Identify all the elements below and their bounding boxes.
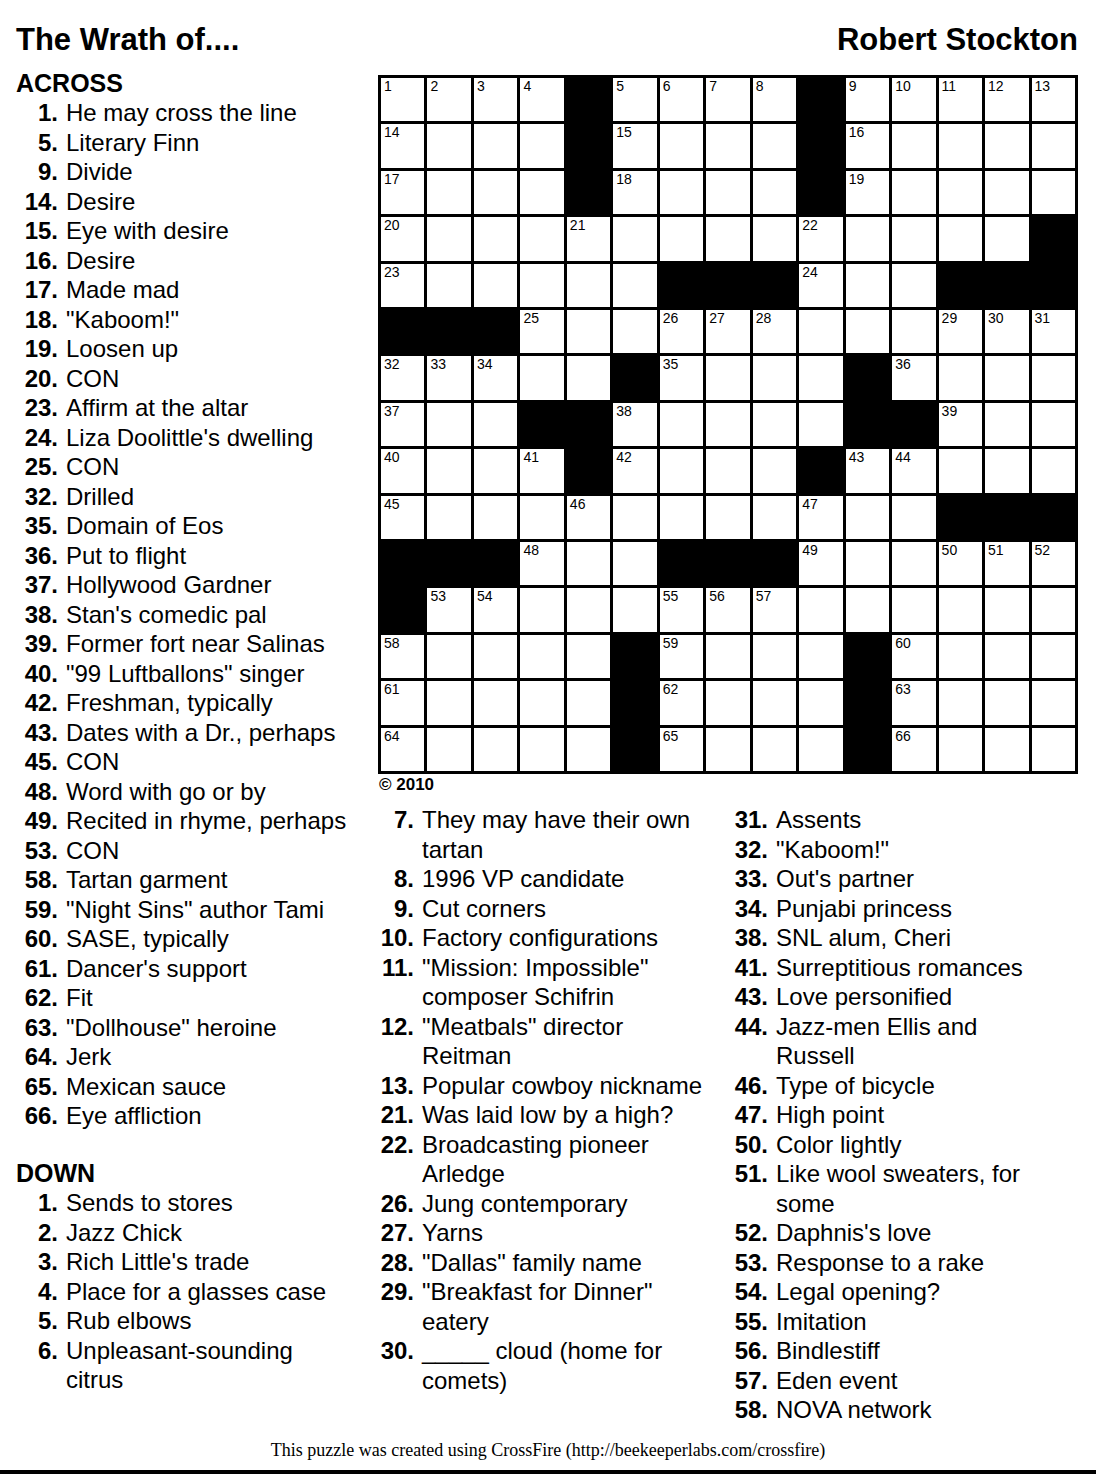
grid-cell[interactable] — [427, 728, 470, 771]
grid-cell[interactable] — [753, 635, 796, 678]
down-clue-column-right: 31.Assents32."Kaboom!"33.Out's partner34… — [732, 805, 1096, 1425]
clue-number: 53. — [732, 1248, 768, 1278]
grid-cell[interactable] — [939, 124, 982, 167]
grid-cell[interactable]: 14 — [381, 124, 424, 167]
grid-cell[interactable] — [892, 217, 935, 260]
grid-cell[interactable] — [985, 588, 1028, 631]
grid-cell-black — [474, 542, 517, 585]
clue-item: 20.CON — [16, 364, 376, 394]
clue-text: Unpleasant-sounding citrus — [66, 1336, 293, 1395]
clue-text: Jazz Chick — [66, 1218, 182, 1248]
grid-cell[interactable] — [1032, 403, 1075, 446]
grid-cell[interactable] — [427, 635, 470, 678]
grid-cell[interactable] — [427, 681, 470, 724]
clue-number: 44. — [732, 1012, 768, 1042]
crossword-grid: 1234567891011121314151617181920212223242… — [378, 75, 1078, 774]
cell-number: 64 — [384, 729, 400, 744]
cell-number: 41 — [523, 450, 539, 465]
grid-cell[interactable] — [427, 264, 470, 307]
grid-cell[interactable] — [1032, 356, 1075, 399]
cell-number: 22 — [802, 218, 818, 233]
grid-cell[interactable] — [753, 681, 796, 724]
grid-cell[interactable]: 40 — [381, 449, 424, 492]
grid-cell[interactable] — [474, 124, 517, 167]
clue-item: 35.Domain of Eos — [16, 511, 376, 541]
grid-cell[interactable] — [1032, 588, 1075, 631]
grid-cell[interactable] — [706, 217, 749, 260]
clue-number: 26. — [378, 1189, 414, 1219]
footer-credit: This puzzle was created using CrossFire … — [0, 1440, 1096, 1461]
grid-cell[interactable] — [520, 635, 563, 678]
grid-cell[interactable] — [892, 588, 935, 631]
grid-cell[interactable] — [753, 449, 796, 492]
clue-item: 3.Rich Little's trade — [16, 1247, 376, 1277]
grid-cell[interactable] — [892, 264, 935, 307]
grid-cell[interactable] — [613, 264, 656, 307]
cell-number: 60 — [895, 636, 911, 651]
clue-text: CON — [66, 364, 119, 394]
cell-number: 51 — [988, 543, 1004, 558]
cell-number: 5 — [616, 79, 624, 94]
clue-text: Hollywood Gardner — [66, 570, 271, 600]
grid-cell[interactable] — [985, 171, 1028, 214]
clue-text: Factory configurations — [422, 923, 658, 953]
grid-cell[interactable] — [1032, 635, 1075, 678]
grid-cell[interactable] — [567, 588, 610, 631]
clue-item: 4.Place for a glasses case — [16, 1277, 376, 1307]
cell-number: 17 — [384, 172, 400, 187]
cell-number: 40 — [384, 450, 400, 465]
grid-cell[interactable] — [753, 356, 796, 399]
clue-number: 22. — [378, 1130, 414, 1160]
grid-cell[interactable]: 44 — [892, 449, 935, 492]
grid-cell[interactable]: 34 — [474, 356, 517, 399]
grid-cell[interactable] — [799, 635, 842, 678]
grid-cell[interactable] — [660, 217, 703, 260]
clue-item: 42.Freshman, typically — [16, 688, 376, 718]
grid-cell[interactable]: 33 — [427, 356, 470, 399]
cell-number: 46 — [570, 497, 586, 512]
clue-number: 41. — [732, 953, 768, 983]
grid-cell[interactable]: 32 — [381, 356, 424, 399]
grid-cell[interactable] — [474, 171, 517, 214]
cell-number: 19 — [849, 172, 865, 187]
grid-cell[interactable] — [1032, 449, 1075, 492]
grid-cell[interactable] — [985, 635, 1028, 678]
grid-cell[interactable] — [799, 356, 842, 399]
grid-cell[interactable] — [706, 171, 749, 214]
grid-cell[interactable] — [939, 681, 982, 724]
grid-cell[interactable] — [753, 124, 796, 167]
clue-number: 25. — [16, 452, 58, 482]
grid-cell[interactable] — [520, 264, 563, 307]
grid-cell[interactable] — [706, 356, 749, 399]
clue-text: CON — [66, 452, 119, 482]
grid-cell[interactable]: 13 — [1032, 78, 1075, 121]
grid-cell[interactable]: 28 — [753, 310, 796, 353]
clue-number: 48. — [16, 777, 58, 807]
grid-cell[interactable]: 18 — [613, 171, 656, 214]
grid-cell[interactable]: 63 — [892, 681, 935, 724]
clue-text: Eye with desire — [66, 216, 229, 246]
clue-number: 49. — [16, 806, 58, 836]
grid-cell[interactable] — [520, 356, 563, 399]
grid-cell[interactable] — [985, 449, 1028, 492]
grid-cell[interactable]: 9 — [846, 78, 889, 121]
grid-cell[interactable]: 56 — [706, 588, 749, 631]
grid-cell[interactable]: 61 — [381, 681, 424, 724]
clue-text: Like wool sweaters, for some — [776, 1159, 1020, 1218]
grid-cell[interactable] — [799, 588, 842, 631]
clue-text: "Breakfast for Dinner" eatery — [422, 1277, 652, 1336]
grid-cell[interactable] — [660, 171, 703, 214]
grid-cell[interactable]: 19 — [846, 171, 889, 214]
grid-cell[interactable] — [427, 403, 470, 446]
clue-text: Jung contemporary — [422, 1189, 627, 1219]
grid-cell[interactable] — [1032, 171, 1075, 214]
grid-cell[interactable]: 47 — [799, 496, 842, 539]
grid-cell[interactable] — [799, 728, 842, 771]
clue-item: 26.Jung contemporary — [378, 1189, 730, 1219]
clue-text: Stan's comedic pal — [66, 600, 267, 630]
grid-cell[interactable]: 1 — [381, 78, 424, 121]
cell-number: 7 — [709, 79, 717, 94]
grid-cell[interactable]: 54 — [474, 588, 517, 631]
grid-cell[interactable]: 22 — [799, 217, 842, 260]
cell-number: 52 — [1035, 543, 1051, 558]
grid-cell[interactable] — [520, 496, 563, 539]
grid-cell[interactable] — [985, 124, 1028, 167]
grid-cell[interactable]: 8 — [753, 78, 796, 121]
cell-number: 26 — [663, 311, 679, 326]
grid-cell-black — [846, 356, 889, 399]
grid-cell[interactable] — [985, 356, 1028, 399]
grid-cell[interactable] — [660, 124, 703, 167]
cell-number: 57 — [756, 589, 772, 604]
grid-cell[interactable]: 49 — [799, 542, 842, 585]
grid-cell[interactable] — [892, 124, 935, 167]
across-clue-list: 1.He may cross the line5.Literary Finn9.… — [16, 98, 376, 1131]
page-bottom-border — [0, 1470, 1096, 1474]
clue-number: 17. — [16, 275, 58, 305]
clue-item: 29."Breakfast for Dinner" eatery — [378, 1277, 730, 1336]
grid-cell[interactable] — [567, 635, 610, 678]
clue-number: 66. — [16, 1101, 58, 1131]
grid-cell[interactable] — [846, 217, 889, 260]
grid-cell[interactable] — [939, 449, 982, 492]
grid-cell[interactable] — [939, 356, 982, 399]
grid-cell[interactable]: 20 — [381, 217, 424, 260]
grid-cell[interactable]: 57 — [753, 588, 796, 631]
grid-cell[interactable] — [939, 217, 982, 260]
grid-cell[interactable] — [753, 171, 796, 214]
grid-cell[interactable]: 41 — [520, 449, 563, 492]
grid-cell-black — [567, 403, 610, 446]
grid-cell[interactable] — [939, 171, 982, 214]
grid-cell[interactable] — [427, 496, 470, 539]
cell-number: 16 — [849, 125, 865, 140]
grid-cell[interactable] — [567, 264, 610, 307]
cell-number: 42 — [616, 450, 632, 465]
clue-text: They may have their own tartan — [422, 805, 690, 864]
clue-item: 63."Dollhouse" heroine — [16, 1013, 376, 1043]
grid-cell[interactable] — [939, 728, 982, 771]
grid-cell[interactable] — [660, 449, 703, 492]
grid-cell[interactable]: 17 — [381, 171, 424, 214]
grid-cell[interactable]: 25 — [520, 310, 563, 353]
grid-cell[interactable] — [985, 403, 1028, 446]
grid-cell[interactable] — [474, 403, 517, 446]
grid-cell[interactable] — [613, 588, 656, 631]
grid-cell[interactable] — [706, 124, 749, 167]
grid-cell[interactable] — [939, 588, 982, 631]
grid-cell[interactable] — [474, 264, 517, 307]
grid-cell[interactable]: 42 — [613, 449, 656, 492]
grid-cell[interactable] — [985, 217, 1028, 260]
grid-cell[interactable] — [520, 588, 563, 631]
grid-cell-black — [846, 728, 889, 771]
grid-cell[interactable] — [427, 124, 470, 167]
grid-cell[interactable] — [474, 217, 517, 260]
grid-cell[interactable] — [985, 728, 1028, 771]
cell-number: 34 — [477, 357, 493, 372]
grid-cell[interactable] — [567, 542, 610, 585]
grid-cell[interactable] — [706, 728, 749, 771]
grid-cell[interactable]: 7 — [706, 78, 749, 121]
grid-cell[interactable] — [427, 217, 470, 260]
grid-cell[interactable] — [474, 496, 517, 539]
clue-text: "99 Luftballons" singer — [66, 659, 305, 689]
cell-number: 4 — [523, 79, 531, 94]
clue-item: 60.SASE, typically — [16, 924, 376, 954]
clue-number: 52. — [732, 1218, 768, 1248]
clue-text: Broadcasting pioneer Arledge — [422, 1130, 649, 1189]
grid-cell[interactable]: 45 — [381, 496, 424, 539]
clue-item: 17.Made mad — [16, 275, 376, 305]
grid-cell[interactable] — [520, 681, 563, 724]
grid-cell[interactable] — [474, 681, 517, 724]
grid-cell[interactable] — [892, 542, 935, 585]
clue-number: 4. — [16, 1277, 58, 1307]
grid-cell[interactable] — [613, 542, 656, 585]
grid-cell[interactable]: 48 — [520, 542, 563, 585]
clue-text: Surreptitious romances — [776, 953, 1023, 983]
grid-cell[interactable]: 23 — [381, 264, 424, 307]
grid-cell[interactable]: 35 — [660, 356, 703, 399]
grid-cell[interactable] — [846, 588, 889, 631]
grid-cell[interactable]: 26 — [660, 310, 703, 353]
grid-cell[interactable]: 12 — [985, 78, 1028, 121]
grid-cell[interactable]: 58 — [381, 635, 424, 678]
author-name: Robert Stockton — [837, 22, 1078, 58]
grid-cell[interactable]: 30 — [985, 310, 1028, 353]
clue-number: 50. — [732, 1130, 768, 1160]
clue-number: 11. — [378, 953, 414, 983]
grid-cell[interactable] — [846, 310, 889, 353]
clue-number: 9. — [16, 157, 58, 187]
grid-cell[interactable] — [846, 542, 889, 585]
grid-cell[interactable] — [567, 681, 610, 724]
grid-cell[interactable]: 10 — [892, 78, 935, 121]
clue-number: 43. — [732, 982, 768, 1012]
grid-cell[interactable]: 43 — [846, 449, 889, 492]
grid-cell[interactable] — [706, 496, 749, 539]
grid-cell[interactable]: 50 — [939, 542, 982, 585]
clue-text: Was laid low by a high? — [422, 1100, 673, 1130]
clue-number: 5. — [16, 128, 58, 158]
grid-cell[interactable]: 24 — [799, 264, 842, 307]
clue-number: 42. — [16, 688, 58, 718]
grid-cell[interactable]: 3 — [474, 78, 517, 121]
grid-cell[interactable]: 31 — [1032, 310, 1075, 353]
grid-cell[interactable] — [567, 728, 610, 771]
cell-number: 21 — [570, 218, 586, 233]
clue-item: 27.Yarns — [378, 1218, 730, 1248]
cell-number: 31 — [1035, 311, 1051, 326]
grid-cell[interactable]: 6 — [660, 78, 703, 121]
grid-cell[interactable] — [706, 449, 749, 492]
grid-cell[interactable]: 59 — [660, 635, 703, 678]
grid-cell[interactable] — [753, 217, 796, 260]
grid-cell[interactable]: 11 — [939, 78, 982, 121]
header: The Wrath of.... Robert Stockton — [16, 22, 1078, 58]
cell-number: 38 — [616, 404, 632, 419]
grid-cell[interactable] — [753, 403, 796, 446]
grid-cell[interactable]: 60 — [892, 635, 935, 678]
clue-text: High point — [776, 1100, 884, 1130]
grid-cell[interactable]: 36 — [892, 356, 935, 399]
grid-cell[interactable] — [520, 124, 563, 167]
clue-number: 59. — [16, 895, 58, 925]
grid-cell[interactable]: 62 — [660, 681, 703, 724]
grid-cell[interactable] — [474, 635, 517, 678]
clue-item: 21.Was laid low by a high? — [378, 1100, 730, 1130]
grid-cell-black — [846, 681, 889, 724]
grid-cell[interactable] — [892, 310, 935, 353]
clue-number: 33. — [732, 864, 768, 894]
clue-item: 56.Bindlestiff — [732, 1336, 1096, 1366]
grid-cell[interactable] — [427, 171, 470, 214]
clue-text: He may cross the line — [66, 98, 297, 128]
grid-cell[interactable] — [660, 403, 703, 446]
clue-item: 64.Jerk — [16, 1042, 376, 1072]
clue-item: 40."99 Luftballons" singer — [16, 659, 376, 689]
grid-cell[interactable] — [520, 217, 563, 260]
grid-cell[interactable]: 2 — [427, 78, 470, 121]
grid-cell[interactable] — [613, 310, 656, 353]
grid-cell[interactable] — [846, 496, 889, 539]
grid-cell[interactable] — [520, 728, 563, 771]
grid-cell[interactable]: 65 — [660, 728, 703, 771]
grid-cell[interactable]: 27 — [706, 310, 749, 353]
clue-item: 53.Response to a rake — [732, 1248, 1096, 1278]
grid-cell[interactable]: 29 — [939, 310, 982, 353]
grid-cell[interactable] — [846, 264, 889, 307]
clue-text: Eden event — [776, 1366, 897, 1396]
grid-cell[interactable]: 64 — [381, 728, 424, 771]
grid-cell[interactable] — [753, 728, 796, 771]
grid-cell-black — [567, 124, 610, 167]
grid-cell[interactable] — [1032, 728, 1075, 771]
grid-cell[interactable]: 46 — [567, 496, 610, 539]
clue-item: 16.Desire — [16, 246, 376, 276]
clue-text: "Dollhouse" heroine — [66, 1013, 277, 1043]
grid-cell[interactable] — [474, 728, 517, 771]
clue-number: 57. — [732, 1366, 768, 1396]
grid-cell[interactable] — [799, 310, 842, 353]
grid-cell-black — [753, 264, 796, 307]
grid-cell-black — [846, 403, 889, 446]
grid-cell[interactable] — [706, 635, 749, 678]
cell-number: 36 — [895, 357, 911, 372]
grid-cell[interactable]: 55 — [660, 588, 703, 631]
clue-number: 3. — [16, 1247, 58, 1277]
grid-cell[interactable]: 5 — [613, 78, 656, 121]
cell-number: 59 — [663, 636, 679, 651]
cell-number: 25 — [523, 311, 539, 326]
grid-cell[interactable] — [567, 356, 610, 399]
grid-cell[interactable]: 38 — [613, 403, 656, 446]
across-clue-column: ACROSS 1.He may cross the line5.Literary… — [16, 68, 376, 1131]
grid-cell[interactable] — [706, 403, 749, 446]
grid-cell-black — [613, 356, 656, 399]
clue-text: Freshman, typically — [66, 688, 273, 718]
grid-cell[interactable] — [892, 496, 935, 539]
grid-cell[interactable]: 66 — [892, 728, 935, 771]
grid-cell[interactable]: 52 — [1032, 542, 1075, 585]
grid-cell[interactable]: 39 — [939, 403, 982, 446]
grid-cell[interactable] — [706, 681, 749, 724]
grid-cell[interactable] — [520, 171, 563, 214]
grid-cell[interactable]: 37 — [381, 403, 424, 446]
grid-cell[interactable] — [985, 681, 1028, 724]
grid-cell[interactable] — [799, 403, 842, 446]
grid-cell[interactable] — [474, 449, 517, 492]
grid-cell[interactable] — [660, 496, 703, 539]
grid-cell[interactable] — [753, 496, 796, 539]
clue-text: Affirm at the altar — [66, 393, 248, 423]
grid-cell[interactable] — [939, 635, 982, 678]
grid-cell[interactable]: 15 — [613, 124, 656, 167]
grid-cell[interactable] — [427, 449, 470, 492]
clue-number: 58. — [732, 1395, 768, 1425]
grid-cell[interactable]: 53 — [427, 588, 470, 631]
grid-cell[interactable]: 21 — [567, 217, 610, 260]
grid-cell-black — [985, 496, 1028, 539]
clue-item: 28."Dallas" family name — [378, 1248, 730, 1278]
clue-number: 12. — [378, 1012, 414, 1042]
grid-cell[interactable] — [613, 496, 656, 539]
grid-cell[interactable] — [1032, 681, 1075, 724]
grid-cell[interactable] — [613, 217, 656, 260]
clue-text: Literary Finn — [66, 128, 199, 158]
grid-cell-black — [427, 310, 470, 353]
clue-text: SNL alum, Cheri — [776, 923, 951, 953]
grid-cell[interactable]: 16 — [846, 124, 889, 167]
cell-number: 6 — [663, 79, 671, 94]
cell-number: 33 — [430, 357, 446, 372]
grid-cell[interactable] — [567, 310, 610, 353]
clue-number: 15. — [16, 216, 58, 246]
grid-cell[interactable] — [1032, 124, 1075, 167]
clue-item: 58.Tartan garment — [16, 865, 376, 895]
puzzle-page: The Wrath of.... Robert Stockton 1234567… — [0, 0, 1096, 1474]
grid-cell[interactable]: 51 — [985, 542, 1028, 585]
grid-cell[interactable] — [892, 171, 935, 214]
clue-item: 31.Assents — [732, 805, 1096, 835]
grid-cell[interactable]: 4 — [520, 78, 563, 121]
grid-cell[interactable] — [799, 681, 842, 724]
